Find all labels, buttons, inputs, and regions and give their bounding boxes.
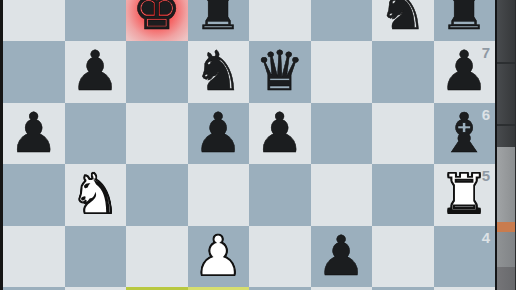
strip-left-border <box>495 0 497 290</box>
square-c8[interactable]: ♚ <box>126 0 188 41</box>
rank-label-4: 4 <box>482 230 490 245</box>
square-e8[interactable] <box>249 0 311 41</box>
square-b6[interactable] <box>65 103 127 165</box>
square-d8[interactable]: ♜ <box>188 0 250 41</box>
square-a5[interactable] <box>3 164 65 226</box>
square-d5[interactable] <box>188 164 250 226</box>
white-knight[interactable]: ♞ <box>65 164 127 226</box>
black-rook[interactable]: ♜ <box>188 0 250 41</box>
square-g5[interactable] <box>372 164 434 226</box>
strip-segment-top <box>495 0 516 62</box>
square-b5[interactable]: ♞ <box>65 164 127 226</box>
right-edge-strip <box>495 0 516 290</box>
left-edge-bar <box>0 0 3 290</box>
square-h7[interactable]: 7♟ <box>434 41 496 103</box>
black-pawn[interactable]: ♟ <box>434 41 496 103</box>
square-f7[interactable] <box>311 41 373 103</box>
square-f8[interactable] <box>311 0 373 41</box>
square-f4[interactable]: ♟ <box>311 226 373 288</box>
strip-track-mid <box>495 232 516 267</box>
square-f5[interactable] <box>311 164 373 226</box>
square-a4[interactable] <box>3 226 65 288</box>
square-e5[interactable] <box>249 164 311 226</box>
square-h4[interactable]: 4 <box>434 226 496 288</box>
black-pawn[interactable]: ♟ <box>249 103 311 165</box>
square-g6[interactable] <box>372 103 434 165</box>
square-g8[interactable]: ♞ <box>372 0 434 41</box>
square-c5[interactable] <box>126 164 188 226</box>
chess-board[interactable]: ♚♜♞8♜♟♞♛7♟♟♟♟6♝♞5♜♟♟4 <box>3 0 495 290</box>
square-e7[interactable]: ♛ <box>249 41 311 103</box>
black-queen[interactable]: ♛ <box>249 41 311 103</box>
square-a7[interactable] <box>3 41 65 103</box>
square-f6[interactable] <box>311 103 373 165</box>
square-h5[interactable]: 5♜ <box>434 164 496 226</box>
square-g4[interactable] <box>372 226 434 288</box>
square-a6[interactable]: ♟ <box>3 103 65 165</box>
black-knight[interactable]: ♞ <box>372 0 434 41</box>
strip-track-bottom <box>495 267 516 290</box>
black-pawn[interactable]: ♟ <box>188 103 250 165</box>
white-pawn[interactable]: ♟ <box>188 226 250 288</box>
scrollbar-thumb[interactable] <box>495 147 516 222</box>
square-d7[interactable]: ♞ <box>188 41 250 103</box>
square-b4[interactable] <box>65 226 127 288</box>
black-bishop[interactable]: ♝ <box>434 103 496 165</box>
square-b7[interactable]: ♟ <box>65 41 127 103</box>
square-c4[interactable] <box>126 226 188 288</box>
strip-segment-low <box>495 126 516 148</box>
chess-video-still: ♚♜♞8♜♟♞♛7♟♟♟♟6♝♞5♜♟♟4 <box>0 0 516 290</box>
black-pawn[interactable]: ♟ <box>3 103 65 165</box>
square-e6[interactable]: ♟ <box>249 103 311 165</box>
black-knight[interactable]: ♞ <box>188 41 250 103</box>
strip-segment-mid <box>495 64 516 125</box>
square-h6[interactable]: 6♝ <box>434 103 496 165</box>
black-king[interactable]: ♚ <box>126 0 188 41</box>
white-rook[interactable]: ♜ <box>434 164 496 226</box>
black-pawn[interactable]: ♟ <box>65 41 127 103</box>
orange-marker <box>495 222 516 232</box>
square-d4[interactable]: ♟ <box>188 226 250 288</box>
square-e4[interactable] <box>249 226 311 288</box>
square-b8[interactable] <box>65 0 127 41</box>
black-rook[interactable]: ♜ <box>434 0 496 41</box>
square-h8[interactable]: 8♜ <box>434 0 496 41</box>
square-a8[interactable] <box>3 0 65 41</box>
square-d6[interactable]: ♟ <box>188 103 250 165</box>
square-g7[interactable] <box>372 41 434 103</box>
square-c6[interactable] <box>126 103 188 165</box>
black-pawn[interactable]: ♟ <box>311 226 373 288</box>
square-c7[interactable] <box>126 41 188 103</box>
